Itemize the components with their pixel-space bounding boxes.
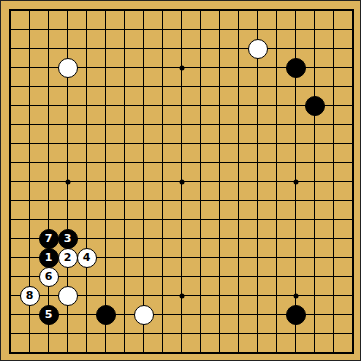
black-stone[interactable] xyxy=(305,96,325,116)
star-point xyxy=(293,293,298,298)
stone-move-number: 1 xyxy=(45,252,53,263)
stone-move-number: 4 xyxy=(83,252,91,263)
white-stone-move-2[interactable]: 2 xyxy=(58,248,78,268)
stone-move-number: 6 xyxy=(45,271,53,282)
black-stone[interactable] xyxy=(96,305,116,325)
white-stone-move-4[interactable]: 4 xyxy=(77,248,97,268)
white-stone[interactable] xyxy=(134,305,154,325)
go-board[interactable]: 12345678 xyxy=(0,0,361,361)
stone-move-number: 2 xyxy=(64,252,72,263)
black-stone[interactable] xyxy=(286,305,306,325)
stone-move-number: 5 xyxy=(45,309,53,320)
black-stone-move-7[interactable]: 7 xyxy=(39,229,59,249)
black-stone[interactable] xyxy=(286,58,306,78)
stone-move-number: 8 xyxy=(26,290,34,301)
star-point xyxy=(179,65,184,70)
white-stone[interactable] xyxy=(58,58,78,78)
star-point xyxy=(179,179,184,184)
black-stone-move-1[interactable]: 1 xyxy=(39,248,59,268)
star-point xyxy=(293,179,298,184)
white-stone-move-6[interactable]: 6 xyxy=(39,267,59,287)
white-stone[interactable] xyxy=(58,286,78,306)
star-point xyxy=(179,293,184,298)
black-stone-move-3[interactable]: 3 xyxy=(58,229,78,249)
white-stone-move-8[interactable]: 8 xyxy=(20,286,40,306)
white-stone[interactable] xyxy=(248,39,268,59)
stone-move-number: 3 xyxy=(64,233,72,244)
stone-move-number: 7 xyxy=(45,233,53,244)
star-point xyxy=(65,179,70,184)
black-stone-move-5[interactable]: 5 xyxy=(39,305,59,325)
